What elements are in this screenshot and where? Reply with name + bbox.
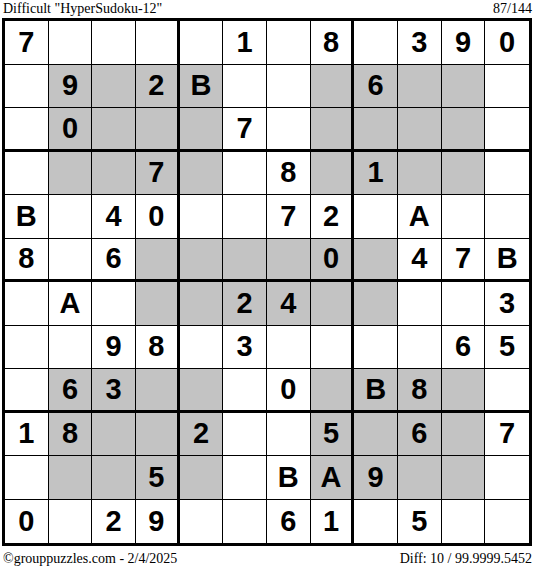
cell-r7c11[interactable] xyxy=(442,282,486,326)
cell-r6c11: 7 xyxy=(442,239,486,283)
cell-r8c9[interactable] xyxy=(354,326,398,370)
cell-r1c9[interactable] xyxy=(354,21,398,65)
cell-r1c10: 3 xyxy=(398,21,442,65)
cell-r10c6[interactable] xyxy=(223,413,267,457)
cell-r1c7[interactable] xyxy=(267,21,311,65)
cell-r5c3: 4 xyxy=(92,195,136,239)
cell-r11c3[interactable] xyxy=(92,456,136,500)
cell-r3c9[interactable] xyxy=(354,108,398,152)
cell-r3c11[interactable] xyxy=(442,108,486,152)
cell-r5c4: 0 xyxy=(136,195,180,239)
cell-r5c8: 2 xyxy=(311,195,355,239)
cell-r7c1[interactable] xyxy=(5,282,49,326)
cell-r9c5[interactable] xyxy=(180,369,224,413)
cell-r6c8: 0 xyxy=(311,239,355,283)
cell-r10c8: 5 xyxy=(311,413,355,457)
cell-r4c5[interactable] xyxy=(180,152,224,196)
sudoku-board: 71839092B607781B4072A86047BA24398365630B… xyxy=(2,18,532,546)
cell-r7c2: A xyxy=(49,282,93,326)
cell-r11c4: 5 xyxy=(136,456,180,500)
cell-r3c7[interactable] xyxy=(267,108,311,152)
cell-r10c7[interactable] xyxy=(267,413,311,457)
cell-r4c11[interactable] xyxy=(442,152,486,196)
cell-r8c6: 3 xyxy=(223,326,267,370)
cell-r3c12[interactable] xyxy=(485,108,529,152)
cell-r8c8[interactable] xyxy=(311,326,355,370)
cell-r5c12[interactable] xyxy=(485,195,529,239)
cell-r6c2[interactable] xyxy=(49,239,93,283)
cell-r5c11[interactable] xyxy=(442,195,486,239)
cell-r7c4[interactable] xyxy=(136,282,180,326)
footer-copyright: ©grouppuzzles.com - 2/4/2025 xyxy=(3,551,177,567)
cell-r12c2[interactable] xyxy=(49,500,93,544)
cell-r1c2[interactable] xyxy=(49,21,93,65)
cell-r5c5[interactable] xyxy=(180,195,224,239)
cell-r1c12: 0 xyxy=(485,21,529,65)
cell-r3c5[interactable] xyxy=(180,108,224,152)
cell-r1c5[interactable] xyxy=(180,21,224,65)
cell-r1c3[interactable] xyxy=(92,21,136,65)
cell-r11c12[interactable] xyxy=(485,456,529,500)
cell-r6c4[interactable] xyxy=(136,239,180,283)
cell-r10c3[interactable] xyxy=(92,413,136,457)
cell-r2c9: 6 xyxy=(354,65,398,109)
cell-r6c12: B xyxy=(485,239,529,283)
cell-r7c7: 4 xyxy=(267,282,311,326)
cell-r2c2: 9 xyxy=(49,65,93,109)
cell-r10c11[interactable] xyxy=(442,413,486,457)
cell-r7c12: 3 xyxy=(485,282,529,326)
cell-r6c9[interactable] xyxy=(354,239,398,283)
cell-r7c8[interactable] xyxy=(311,282,355,326)
cell-r4c1[interactable] xyxy=(5,152,49,196)
cell-r1c8: 8 xyxy=(311,21,355,65)
cell-r8c11: 6 xyxy=(442,326,486,370)
cell-r5c9[interactable] xyxy=(354,195,398,239)
cell-r12c10: 5 xyxy=(398,500,442,544)
cell-r3c3[interactable] xyxy=(92,108,136,152)
cell-r4c12[interactable] xyxy=(485,152,529,196)
cell-r1c11: 9 xyxy=(442,21,486,65)
cell-r12c1: 0 xyxy=(5,500,49,544)
cell-r6c3: 6 xyxy=(92,239,136,283)
cell-r3c2: 0 xyxy=(49,108,93,152)
cell-r1c4[interactable] xyxy=(136,21,180,65)
cell-r3c8[interactable] xyxy=(311,108,355,152)
cell-r11c7: B xyxy=(267,456,311,500)
cell-r2c7[interactable] xyxy=(267,65,311,109)
cell-r2c3[interactable] xyxy=(92,65,136,109)
cell-r12c6[interactable] xyxy=(223,500,267,544)
cell-r12c12[interactable] xyxy=(485,500,529,544)
cell-r9c6[interactable] xyxy=(223,369,267,413)
cell-r2c6[interactable] xyxy=(223,65,267,109)
cell-r8c2[interactable] xyxy=(49,326,93,370)
cell-r5c10: A xyxy=(398,195,442,239)
cell-r7c5[interactable] xyxy=(180,282,224,326)
cell-r4c9: 1 xyxy=(354,152,398,196)
cell-r9c11[interactable] xyxy=(442,369,486,413)
cell-r6c7[interactable] xyxy=(267,239,311,283)
cell-r3c1[interactable] xyxy=(5,108,49,152)
cell-r3c10[interactable] xyxy=(398,108,442,152)
cell-r4c4: 7 xyxy=(136,152,180,196)
cell-r12c3: 2 xyxy=(92,500,136,544)
cell-r2c11[interactable] xyxy=(442,65,486,109)
cell-r7c10[interactable] xyxy=(398,282,442,326)
cell-r8c7[interactable] xyxy=(267,326,311,370)
cell-r8c10[interactable] xyxy=(398,326,442,370)
cell-r8c4: 8 xyxy=(136,326,180,370)
cell-r6c6[interactable] xyxy=(223,239,267,283)
puzzle-title: Difficult "HyperSudoku-12" xyxy=(3,1,162,17)
cell-r11c8: A xyxy=(311,456,355,500)
cell-r10c10: 6 xyxy=(398,413,442,457)
cell-r9c12[interactable] xyxy=(485,369,529,413)
cell-r12c4: 9 xyxy=(136,500,180,544)
cell-r9c3: 3 xyxy=(92,369,136,413)
cell-r2c1[interactable] xyxy=(5,65,49,109)
cell-r9c10: 8 xyxy=(398,369,442,413)
cell-r11c10[interactable] xyxy=(398,456,442,500)
cell-r11c1[interactable] xyxy=(5,456,49,500)
cell-r2c12[interactable] xyxy=(485,65,529,109)
cell-r7c6: 2 xyxy=(223,282,267,326)
cell-r10c4[interactable] xyxy=(136,413,180,457)
cell-r10c1: 1 xyxy=(5,413,49,457)
cell-r2c8[interactable] xyxy=(311,65,355,109)
cell-r7c9[interactable] xyxy=(354,282,398,326)
cell-r4c3[interactable] xyxy=(92,152,136,196)
cell-r6c5[interactable] xyxy=(180,239,224,283)
cell-r12c9[interactable] xyxy=(354,500,398,544)
cell-r5c6[interactable] xyxy=(223,195,267,239)
cell-r6c1: 8 xyxy=(5,239,49,283)
cell-r12c11[interactable] xyxy=(442,500,486,544)
cell-r12c8: 1 xyxy=(311,500,355,544)
cell-r9c7: 0 xyxy=(267,369,311,413)
cell-r11c5[interactable] xyxy=(180,456,224,500)
cell-r10c12: 7 xyxy=(485,413,529,457)
cell-r4c8[interactable] xyxy=(311,152,355,196)
cell-r9c2: 6 xyxy=(49,369,93,413)
footer-difficulty: Diff: 10 / 99.9999.5452 xyxy=(400,551,532,567)
cell-r7c3[interactable] xyxy=(92,282,136,326)
cell-r4c7: 8 xyxy=(267,152,311,196)
cell-r9c1[interactable] xyxy=(5,369,49,413)
cell-r5c7: 7 xyxy=(267,195,311,239)
cell-r8c3: 9 xyxy=(92,326,136,370)
cell-r12c5[interactable] xyxy=(180,500,224,544)
cell-r10c2: 8 xyxy=(49,413,93,457)
cell-r9c9: B xyxy=(354,369,398,413)
cell-r11c6[interactable] xyxy=(223,456,267,500)
cell-r8c12: 5 xyxy=(485,326,529,370)
cell-r3c4[interactable] xyxy=(136,108,180,152)
cell-r10c9[interactable] xyxy=(354,413,398,457)
cell-r9c4[interactable] xyxy=(136,369,180,413)
cell-r8c5[interactable] xyxy=(180,326,224,370)
cell-r4c10[interactable] xyxy=(398,152,442,196)
cell-r11c2[interactable] xyxy=(49,456,93,500)
cell-r2c10[interactable] xyxy=(398,65,442,109)
cell-r8c1[interactable] xyxy=(5,326,49,370)
cell-r6c10: 4 xyxy=(398,239,442,283)
cell-r2c4: 2 xyxy=(136,65,180,109)
cell-r1c6: 1 xyxy=(223,21,267,65)
cell-r4c6[interactable] xyxy=(223,152,267,196)
empty-cell-counter: 87/144 xyxy=(493,1,532,17)
cell-r4c2[interactable] xyxy=(49,152,93,196)
cell-r12c7: 6 xyxy=(267,500,311,544)
cell-r5c1: B xyxy=(5,195,49,239)
cell-r10c5: 2 xyxy=(180,413,224,457)
cell-r11c11[interactable] xyxy=(442,456,486,500)
cell-r2c5: B xyxy=(180,65,224,109)
cell-r1c1: 7 xyxy=(5,21,49,65)
cell-r11c9: 9 xyxy=(354,456,398,500)
cell-r5c2[interactable] xyxy=(49,195,93,239)
cell-r3c6: 7 xyxy=(223,108,267,152)
cell-r9c8[interactable] xyxy=(311,369,355,413)
